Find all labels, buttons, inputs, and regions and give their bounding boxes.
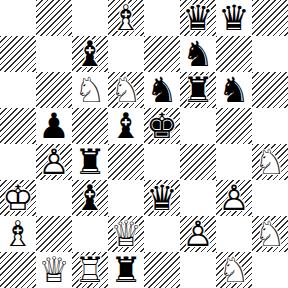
black-king: ♚♚ — [144, 108, 180, 144]
square-f1[interactable] — [180, 252, 216, 288]
white-pawn-icon: ♙ — [180, 216, 216, 252]
white-queen-icon: ♕ — [36, 252, 72, 288]
square-b6[interactable] — [36, 72, 72, 108]
black-pawn: ♟♟ — [36, 108, 72, 144]
white-king: ♚♔ — [0, 180, 36, 216]
white-pawn: ♟♙ — [36, 144, 72, 180]
black-rook-icon: ♜ — [72, 144, 108, 180]
square-h8[interactable] — [252, 0, 288, 36]
black-queen-icon: ♛ — [180, 0, 216, 36]
square-c7[interactable]: ♝♝ — [72, 36, 108, 72]
square-a6[interactable] — [0, 72, 36, 108]
white-knight: ♞♘ — [72, 72, 108, 108]
black-bishop-icon: ♝ — [72, 180, 108, 216]
square-d2[interactable]: ♛♕ — [108, 216, 144, 252]
white-queen-icon: ♕ — [108, 216, 144, 252]
white-pawn: ♟♙ — [216, 180, 252, 216]
white-queen: ♛♕ — [36, 252, 72, 288]
square-b5[interactable]: ♟♟ — [36, 108, 72, 144]
square-c1[interactable]: ♜♖ — [72, 252, 108, 288]
square-e8[interactable] — [144, 0, 180, 36]
square-a4[interactable] — [0, 144, 36, 180]
white-bishop: ♝♗ — [0, 216, 36, 252]
square-d7[interactable] — [108, 36, 144, 72]
square-d3[interactable] — [108, 180, 144, 216]
square-h5[interactable] — [252, 108, 288, 144]
white-pawn-icon: ♙ — [36, 144, 72, 180]
square-h4[interactable]: ♞♘ — [252, 144, 288, 180]
black-rook: ♜♜ — [180, 72, 216, 108]
square-c4[interactable]: ♜♜ — [72, 144, 108, 180]
square-h6[interactable] — [252, 72, 288, 108]
square-b3[interactable] — [36, 180, 72, 216]
square-f3[interactable] — [180, 180, 216, 216]
square-f6[interactable]: ♜♜ — [180, 72, 216, 108]
square-b7[interactable] — [36, 36, 72, 72]
black-knight: ♞♞ — [180, 36, 216, 72]
square-g8[interactable]: ♛♛ — [216, 0, 252, 36]
square-e5[interactable]: ♚♚ — [144, 108, 180, 144]
white-queen: ♛♕ — [108, 216, 144, 252]
black-queen: ♛♛ — [180, 0, 216, 36]
square-a2[interactable]: ♝♗ — [0, 216, 36, 252]
square-e7[interactable] — [144, 36, 180, 72]
square-g7[interactable] — [216, 36, 252, 72]
white-knight-icon: ♘ — [252, 216, 288, 252]
black-knight: ♞♞ — [144, 72, 180, 108]
black-queen: ♛♛ — [216, 0, 252, 36]
square-a7[interactable] — [0, 36, 36, 72]
square-b8[interactable] — [36, 0, 72, 36]
black-king-icon: ♚ — [144, 108, 180, 144]
white-knight-icon: ♘ — [108, 72, 144, 108]
square-f5[interactable] — [180, 108, 216, 144]
square-h2[interactable]: ♞♘ — [252, 216, 288, 252]
square-g2[interactable] — [216, 216, 252, 252]
square-b4[interactable]: ♟♙ — [36, 144, 72, 180]
black-bishop-icon: ♝ — [108, 108, 144, 144]
black-knight-icon: ♞ — [180, 36, 216, 72]
square-g5[interactable] — [216, 108, 252, 144]
square-e1[interactable] — [144, 252, 180, 288]
white-knight: ♞♘ — [252, 144, 288, 180]
square-a8[interactable] — [0, 0, 36, 36]
square-a3[interactable]: ♚♔ — [0, 180, 36, 216]
black-bishop: ♝♝ — [108, 108, 144, 144]
square-h7[interactable] — [252, 36, 288, 72]
chess-board: ♝♗♛♛♛♛♝♝♞♞♞♘♞♘♞♞♜♜♞♞♟♟♝♝♚♚♟♙♜♜♞♘♚♔♝♝♛♛♟♙… — [0, 0, 288, 288]
black-bishop: ♝♝ — [72, 180, 108, 216]
square-h1[interactable] — [252, 252, 288, 288]
square-h3[interactable] — [252, 180, 288, 216]
black-knight-icon: ♞ — [216, 72, 252, 108]
square-d5[interactable]: ♝♝ — [108, 108, 144, 144]
chess-diagram: ♝♗♛♛♛♛♝♝♞♞♞♘♞♘♞♞♜♜♞♞♟♟♝♝♚♚♟♙♜♜♞♘♚♔♝♝♛♛♟♙… — [0, 0, 288, 288]
black-bishop: ♝♝ — [72, 36, 108, 72]
square-b2[interactable] — [36, 216, 72, 252]
square-f8[interactable]: ♛♛ — [180, 0, 216, 36]
white-pawn-icon: ♙ — [216, 180, 252, 216]
white-knight-icon: ♘ — [72, 72, 108, 108]
square-e3[interactable]: ♛♛ — [144, 180, 180, 216]
square-c5[interactable] — [72, 108, 108, 144]
black-pawn-icon: ♟ — [36, 108, 72, 144]
square-c3[interactable]: ♝♝ — [72, 180, 108, 216]
black-queen-icon: ♛ — [144, 180, 180, 216]
black-rook-icon: ♜ — [180, 72, 216, 108]
square-f2[interactable]: ♟♙ — [180, 216, 216, 252]
black-bishop-icon: ♝ — [72, 36, 108, 72]
black-queen-icon: ♛ — [216, 0, 252, 36]
square-g4[interactable] — [216, 144, 252, 180]
square-e6[interactable]: ♞♞ — [144, 72, 180, 108]
black-knight-icon: ♞ — [144, 72, 180, 108]
white-knight: ♞♘ — [252, 216, 288, 252]
black-rook: ♜♜ — [108, 252, 144, 288]
square-g6[interactable]: ♞♞ — [216, 72, 252, 108]
white-rook: ♜♖ — [72, 252, 108, 288]
square-c6[interactable]: ♞♘ — [72, 72, 108, 108]
black-knight: ♞♞ — [216, 72, 252, 108]
square-d6[interactable]: ♞♘ — [108, 72, 144, 108]
square-a5[interactable] — [0, 108, 36, 144]
square-b1[interactable]: ♛♕ — [36, 252, 72, 288]
square-d4[interactable] — [108, 144, 144, 180]
white-knight-icon: ♘ — [216, 252, 252, 288]
square-c2[interactable] — [72, 216, 108, 252]
square-a1[interactable] — [0, 252, 36, 288]
white-king-icon: ♔ — [0, 180, 36, 216]
black-rook: ♜♜ — [72, 144, 108, 180]
white-bishop: ♝♗ — [108, 0, 144, 36]
white-pawn: ♟♙ — [180, 216, 216, 252]
square-g1[interactable]: ♞♘ — [216, 252, 252, 288]
square-f4[interactable] — [180, 144, 216, 180]
square-c8[interactable] — [72, 0, 108, 36]
square-d8[interactable]: ♝♗ — [108, 0, 144, 36]
black-rook-icon: ♜ — [108, 252, 144, 288]
black-queen: ♛♛ — [144, 180, 180, 216]
white-knight: ♞♘ — [216, 252, 252, 288]
white-knight: ♞♘ — [108, 72, 144, 108]
square-d1[interactable]: ♜♜ — [108, 252, 144, 288]
white-bishop-icon: ♗ — [0, 216, 36, 252]
square-g3[interactable]: ♟♙ — [216, 180, 252, 216]
square-e2[interactable] — [144, 216, 180, 252]
square-e4[interactable] — [144, 144, 180, 180]
square-f7[interactable]: ♞♞ — [180, 36, 216, 72]
white-rook-icon: ♖ — [72, 252, 108, 288]
white-bishop-icon: ♗ — [108, 0, 144, 36]
white-knight-icon: ♘ — [252, 144, 288, 180]
